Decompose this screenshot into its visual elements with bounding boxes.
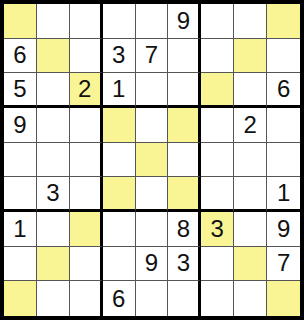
cell-r2c7[interactable]: [201, 39, 234, 74]
cell-r2c3[interactable]: [70, 39, 103, 74]
cell-r1c1[interactable]: [4, 4, 37, 39]
cell-r6c4[interactable]: [103, 177, 136, 212]
sudoku-board: 96375216923118399376: [0, 0, 304, 320]
cell-r1c2[interactable]: [37, 4, 70, 39]
cell-r7c4[interactable]: [103, 212, 136, 247]
cell-r6c2[interactable]: 3: [37, 177, 70, 212]
cell-r2c2[interactable]: [37, 39, 70, 74]
cell-r5c1[interactable]: [4, 143, 37, 178]
cell-r3c5[interactable]: [136, 73, 169, 108]
cell-r3c8[interactable]: [234, 73, 267, 108]
cell-r3c7[interactable]: [201, 73, 234, 108]
cell-r5c3[interactable]: [70, 143, 103, 178]
cell-r6c6[interactable]: [168, 177, 201, 212]
cell-r5c6[interactable]: [168, 143, 201, 178]
cell-r1c5[interactable]: [136, 4, 169, 39]
cell-r6c1[interactable]: [4, 177, 37, 212]
cell-r4c8[interactable]: 2: [234, 108, 267, 143]
cell-r2c1[interactable]: 6: [4, 39, 37, 74]
cell-r9c7[interactable]: [201, 281, 234, 316]
cell-r6c8[interactable]: [234, 177, 267, 212]
cell-r6c3[interactable]: [70, 177, 103, 212]
cell-r7c5[interactable]: [136, 212, 169, 247]
cell-r6c5[interactable]: [136, 177, 169, 212]
cell-r8c3[interactable]: [70, 247, 103, 282]
cell-r5c8[interactable]: [234, 143, 267, 178]
cell-r8c8[interactable]: [234, 247, 267, 282]
cell-r2c8[interactable]: [234, 39, 267, 74]
cell-r8c9[interactable]: 7: [267, 247, 300, 282]
cell-r8c2[interactable]: [37, 247, 70, 282]
cell-r1c4[interactable]: [103, 4, 136, 39]
cell-r1c3[interactable]: [70, 4, 103, 39]
cell-r5c5[interactable]: [136, 143, 169, 178]
cell-r1c8[interactable]: [234, 4, 267, 39]
cell-r3c3[interactable]: 2: [70, 73, 103, 108]
cell-r1c9[interactable]: [267, 4, 300, 39]
cell-r4c4[interactable]: [103, 108, 136, 143]
cell-r7c6[interactable]: 8: [168, 212, 201, 247]
cell-r6c9[interactable]: 1: [267, 177, 300, 212]
cell-r8c4[interactable]: [103, 247, 136, 282]
cell-r2c5[interactable]: 7: [136, 39, 169, 74]
cell-r7c7[interactable]: 3: [201, 212, 234, 247]
cell-r7c3[interactable]: [70, 212, 103, 247]
cell-r1c6[interactable]: 9: [168, 4, 201, 39]
cell-r8c5[interactable]: 9: [136, 247, 169, 282]
cell-r2c9[interactable]: [267, 39, 300, 74]
cell-r7c9[interactable]: 9: [267, 212, 300, 247]
cell-r9c6[interactable]: [168, 281, 201, 316]
cell-r9c2[interactable]: [37, 281, 70, 316]
cell-r4c1[interactable]: 9: [4, 108, 37, 143]
cell-r7c2[interactable]: [37, 212, 70, 247]
cell-r3c2[interactable]: [37, 73, 70, 108]
cell-r2c4[interactable]: 3: [103, 39, 136, 74]
cell-r4c5[interactable]: [136, 108, 169, 143]
cell-r4c7[interactable]: [201, 108, 234, 143]
cell-r9c8[interactable]: [234, 281, 267, 316]
cell-r5c2[interactable]: [37, 143, 70, 178]
cell-r4c2[interactable]: [37, 108, 70, 143]
cell-r7c8[interactable]: [234, 212, 267, 247]
cell-r4c3[interactable]: [70, 108, 103, 143]
cell-r6c7[interactable]: [201, 177, 234, 212]
cell-r3c6[interactable]: [168, 73, 201, 108]
cell-r5c4[interactable]: [103, 143, 136, 178]
cell-r9c4[interactable]: 6: [103, 281, 136, 316]
cell-r3c4[interactable]: 1: [103, 73, 136, 108]
cell-r5c7[interactable]: [201, 143, 234, 178]
cell-r7c1[interactable]: 1: [4, 212, 37, 247]
cell-r4c9[interactable]: [267, 108, 300, 143]
cell-r1c7[interactable]: [201, 4, 234, 39]
cell-r3c1[interactable]: 5: [4, 73, 37, 108]
cell-r9c3[interactable]: [70, 281, 103, 316]
cell-r9c9[interactable]: [267, 281, 300, 316]
cell-r9c1[interactable]: [4, 281, 37, 316]
cell-r4c6[interactable]: [168, 108, 201, 143]
cell-r9c5[interactable]: [136, 281, 169, 316]
cell-r3c9[interactable]: 6: [267, 73, 300, 108]
cell-r5c9[interactable]: [267, 143, 300, 178]
cell-r2c6[interactable]: [168, 39, 201, 74]
cell-r8c7[interactable]: [201, 247, 234, 282]
cell-r8c1[interactable]: [4, 247, 37, 282]
cell-r8c6[interactable]: 3: [168, 247, 201, 282]
